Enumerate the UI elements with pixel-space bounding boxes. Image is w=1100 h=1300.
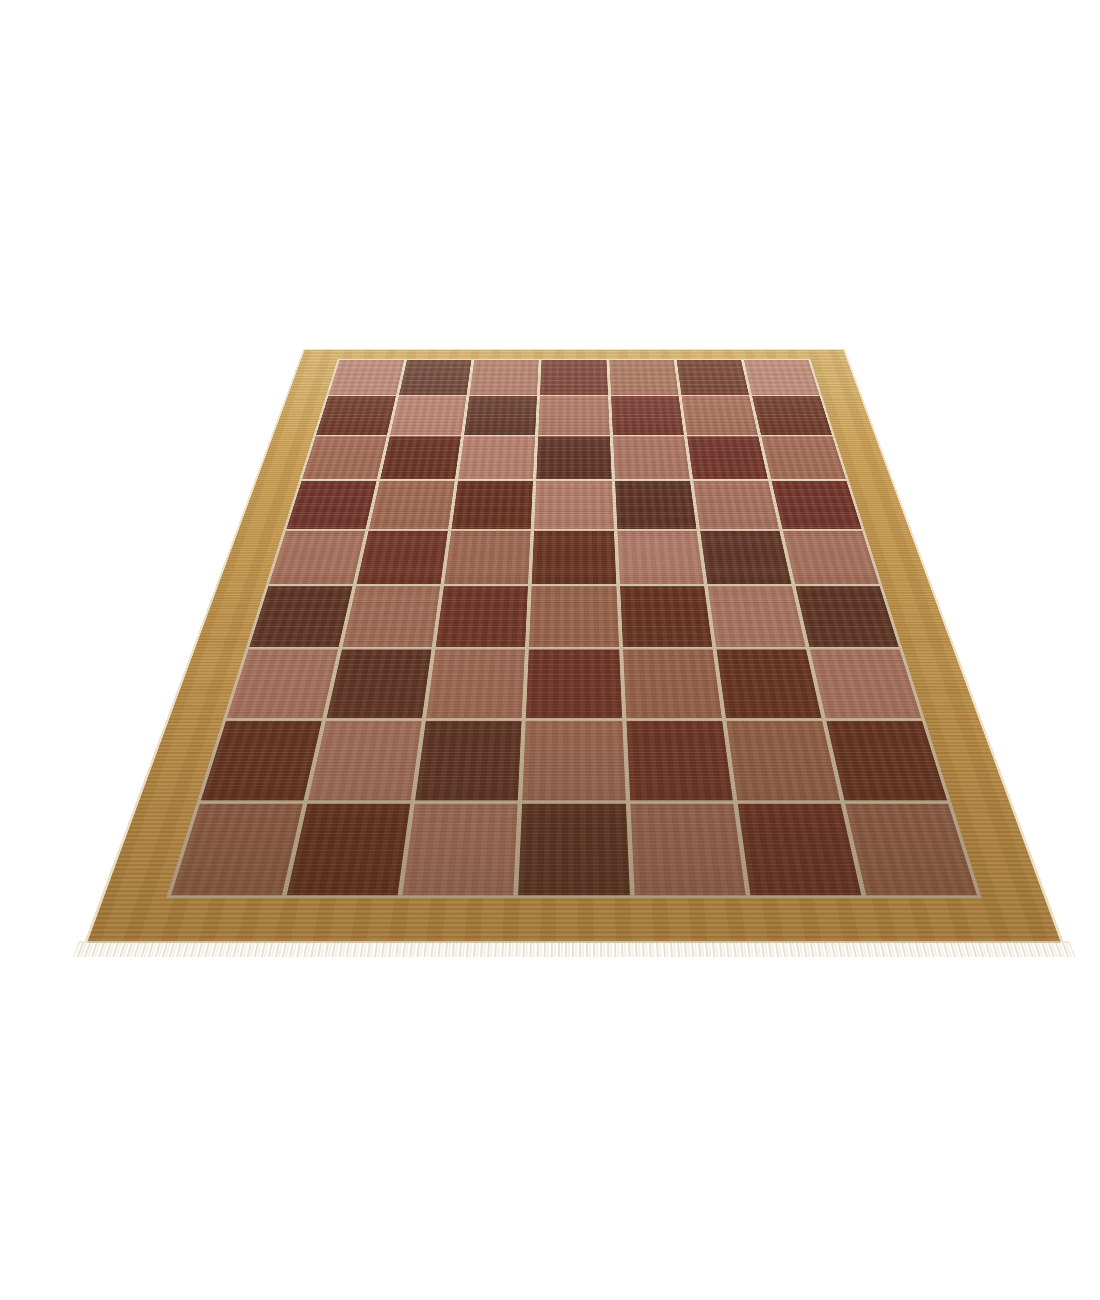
board-cell-r9c4 xyxy=(518,803,629,895)
board-cell-r4c2 xyxy=(369,481,455,529)
board-cell-r9c5 xyxy=(630,803,745,895)
board-cell-r2c4 xyxy=(538,396,609,435)
board-cell-r2c6 xyxy=(681,396,757,435)
board-cell-r6c3 xyxy=(436,586,528,647)
board-cell-r8c1 xyxy=(201,721,322,800)
board-cell-r5c2 xyxy=(357,531,448,585)
fringe-bottom xyxy=(73,941,1075,956)
board-cell-r1c2 xyxy=(399,360,471,395)
board-cell-r2c2 xyxy=(390,396,466,435)
board-cell-r7c6 xyxy=(716,649,821,718)
board-cell-r1c4 xyxy=(540,360,608,395)
board-cell-r7c5 xyxy=(623,649,722,718)
board-cell-r2c3 xyxy=(464,396,537,435)
board-cell-r4c7 xyxy=(771,481,861,529)
board-cell-r5c4 xyxy=(532,531,616,585)
board-cell-r8c2 xyxy=(308,721,422,800)
board-cell-r7c3 xyxy=(426,649,525,718)
board-cell-r8c5 xyxy=(626,721,732,800)
board-cell-r5c3 xyxy=(444,531,531,585)
board-cell-r5c7 xyxy=(783,531,879,585)
board-cell-r8c7 xyxy=(826,721,947,800)
board-cell-r3c2 xyxy=(380,436,461,479)
board-cell-r3c7 xyxy=(761,436,846,479)
board-cell-r6c4 xyxy=(529,586,618,647)
board-cell-r5c5 xyxy=(617,531,704,585)
board-cell-r3c5 xyxy=(613,436,690,479)
board-cell-r9c1 xyxy=(171,803,303,895)
board-cell-r7c4 xyxy=(526,649,622,718)
board-cell-r9c2 xyxy=(287,803,411,895)
board-cell-r6c5 xyxy=(620,586,712,647)
board-cell-r6c1 xyxy=(249,586,352,647)
board-cell-r5c1 xyxy=(269,531,365,585)
board-cell-r1c6 xyxy=(676,360,748,395)
rug-perspective-wrap xyxy=(84,349,1064,943)
board-cell-r4c4 xyxy=(534,481,613,529)
board-cell-r7c7 xyxy=(810,649,921,718)
board-cell-r8c6 xyxy=(726,721,840,800)
board-cell-r2c1 xyxy=(316,396,396,435)
board-cell-r4c1 xyxy=(286,481,376,529)
board-cell-r7c1 xyxy=(227,649,338,718)
board-cell-r1c3 xyxy=(470,360,539,395)
board-cell-r2c5 xyxy=(611,396,684,435)
photo-background xyxy=(0,0,1100,1300)
rug xyxy=(84,349,1064,943)
board-cell-r8c4 xyxy=(523,721,626,800)
board-cell-r3c1 xyxy=(302,436,387,479)
board-cell-r4c3 xyxy=(452,481,533,529)
board-cell-r4c5 xyxy=(615,481,696,529)
board-cell-r6c7 xyxy=(795,586,898,647)
board-cell-r9c7 xyxy=(845,803,977,895)
board-cell-r3c4 xyxy=(537,436,612,479)
board-cell-r3c6 xyxy=(687,436,768,479)
board-cell-r9c3 xyxy=(403,803,518,895)
board-cell-r7c2 xyxy=(327,649,432,718)
board-cell-r6c2 xyxy=(343,586,441,647)
board-cell-r3c3 xyxy=(458,436,535,479)
board-cell-r8c3 xyxy=(415,721,521,800)
board-cell-r9c6 xyxy=(737,803,861,895)
board-cell-r4c6 xyxy=(693,481,779,529)
board-cell-r1c1 xyxy=(329,360,405,395)
board-cell-r6c6 xyxy=(708,586,806,647)
checkerboard-field xyxy=(166,359,982,898)
board-cell-r5c6 xyxy=(700,531,791,585)
board-cell-r1c7 xyxy=(744,360,820,395)
board-cell-r2c7 xyxy=(752,396,832,435)
board-cell-r1c5 xyxy=(609,360,678,395)
